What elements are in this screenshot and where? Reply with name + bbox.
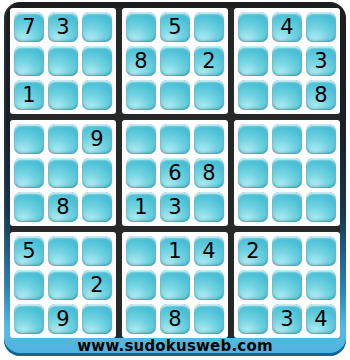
cell-r6c7[interactable] [238,192,268,222]
sudoku-box-6 [234,120,340,226]
cell-r4c5[interactable] [160,124,190,154]
cell-r2c9[interactable]: 3 [306,46,336,76]
cell-r7c2[interactable] [48,236,78,266]
cell-r6c4[interactable]: 1 [126,192,156,222]
cell-r2c5[interactable] [160,46,190,76]
cell-r3c1[interactable]: 1 [14,80,44,110]
cell-r9c7[interactable] [238,304,268,334]
sudoku-box-7: 529 [10,232,116,338]
cell-r4c6[interactable] [194,124,224,154]
cell-r1c3[interactable] [82,12,112,42]
cell-r9c5[interactable]: 8 [160,304,190,334]
sudoku-box-4: 98 [10,120,116,226]
cell-r6c9[interactable] [306,192,336,222]
cell-r9c9[interactable]: 4 [306,304,336,334]
cell-r5c4[interactable] [126,158,156,188]
cell-r4c3[interactable]: 9 [82,124,112,154]
cell-r2c3[interactable] [82,46,112,76]
cell-r7c8[interactable] [272,236,302,266]
cell-r2c6[interactable]: 2 [194,46,224,76]
cell-r5c2[interactable] [48,158,78,188]
cell-r6c5[interactable]: 3 [160,192,190,222]
cell-r9c6[interactable] [194,304,224,334]
cell-r5c8[interactable] [272,158,302,188]
cell-r5c1[interactable] [14,158,44,188]
cell-r5c3[interactable] [82,158,112,188]
site-url: www.sudokusweb.com [10,338,340,356]
cell-r7c4[interactable] [126,236,156,266]
cell-r3c8[interactable] [272,80,302,110]
cell-r2c8[interactable] [272,46,302,76]
cell-r1c6[interactable] [194,12,224,42]
cell-r3c7[interactable] [238,80,268,110]
cell-r2c7[interactable] [238,46,268,76]
cell-r5c7[interactable] [238,158,268,188]
cell-r7c3[interactable] [82,236,112,266]
cell-r8c4[interactable] [126,270,156,300]
sudoku-box-2: 582 [122,8,228,114]
cell-r5c6[interactable]: 8 [194,158,224,188]
cell-r7c9[interactable] [306,236,336,266]
cell-r1c2[interactable]: 3 [48,12,78,42]
cell-r2c4[interactable]: 8 [126,46,156,76]
cell-r1c1[interactable]: 7 [14,12,44,42]
sudoku-board-frame: 731582438986813529148234 www.sudokusweb.… [4,2,346,356]
sudoku-box-1: 731 [10,8,116,114]
cell-r1c7[interactable] [238,12,268,42]
cell-r9c8[interactable]: 3 [272,304,302,334]
cell-r7c6[interactable]: 4 [194,236,224,266]
cell-r6c3[interactable] [82,192,112,222]
cell-r6c2[interactable]: 8 [48,192,78,222]
cell-r9c1[interactable] [14,304,44,334]
cell-r8c7[interactable] [238,270,268,300]
cell-r3c2[interactable] [48,80,78,110]
cell-r4c4[interactable] [126,124,156,154]
cell-r8c6[interactable] [194,270,224,300]
cell-r2c1[interactable] [14,46,44,76]
cell-r8c5[interactable] [160,270,190,300]
cell-r3c6[interactable] [194,80,224,110]
cell-r6c6[interactable] [194,192,224,222]
cell-r3c9[interactable]: 8 [306,80,336,110]
sudoku-box-5: 6813 [122,120,228,226]
cell-r8c9[interactable] [306,270,336,300]
cell-r8c8[interactable] [272,270,302,300]
cell-r2c2[interactable] [48,46,78,76]
cell-r4c2[interactable] [48,124,78,154]
sudoku-grid: 731582438986813529148234 [10,8,340,338]
cell-r8c1[interactable] [14,270,44,300]
cell-r1c5[interactable]: 5 [160,12,190,42]
cell-r9c4[interactable] [126,304,156,334]
cell-r4c8[interactable] [272,124,302,154]
cell-r7c1[interactable]: 5 [14,236,44,266]
cell-r1c9[interactable] [306,12,336,42]
cell-r4c1[interactable] [14,124,44,154]
sudoku-box-8: 148 [122,232,228,338]
cell-r3c5[interactable] [160,80,190,110]
cell-r4c9[interactable] [306,124,336,154]
cell-r4c7[interactable] [238,124,268,154]
cell-r6c1[interactable] [14,192,44,222]
cell-r9c3[interactable] [82,304,112,334]
cell-r3c4[interactable] [126,80,156,110]
sudoku-box-9: 234 [234,232,340,338]
cell-r9c2[interactable]: 9 [48,304,78,334]
cell-r1c8[interactable]: 4 [272,12,302,42]
cell-r6c8[interactable] [272,192,302,222]
cell-r7c7[interactable]: 2 [238,236,268,266]
cell-r7c5[interactable]: 1 [160,236,190,266]
cell-r8c2[interactable] [48,270,78,300]
cell-r1c4[interactable] [126,12,156,42]
cell-r3c3[interactable] [82,80,112,110]
cell-r8c3[interactable]: 2 [82,270,112,300]
cell-r5c9[interactable] [306,158,336,188]
sudoku-box-3: 438 [234,8,340,114]
cell-r5c5[interactable]: 6 [160,158,190,188]
